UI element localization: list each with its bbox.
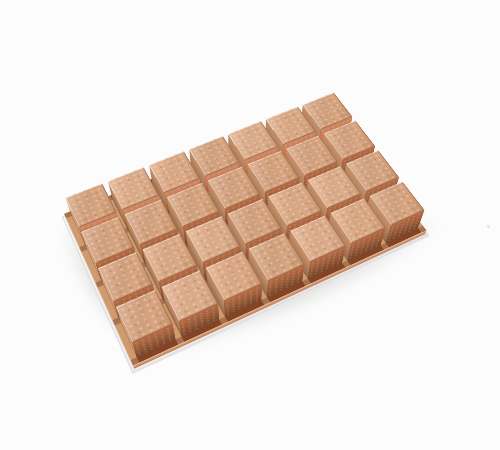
image-description: Angled overhead product photo of a small… [0, 0, 1, 1]
heatsink [90, 134, 398, 310]
fin-grid [68, 110, 422, 362]
dust-speck [487, 225, 490, 228]
heatsink-board [68, 110, 422, 362]
